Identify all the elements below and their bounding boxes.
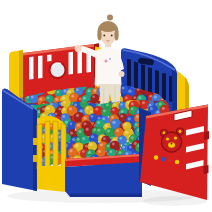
bear-face-motif: [161, 128, 184, 152]
neck: [105, 43, 111, 48]
gate-hinge-bottom: [33, 155, 37, 162]
mirror-window: [50, 62, 66, 78]
hand-right: [119, 71, 125, 77]
latch-notch-top: [204, 131, 209, 140]
front-wall: [65, 154, 142, 197]
gate-hinge-top: [33, 138, 37, 145]
eye-left: [103, 35, 105, 37]
front-left-gate-yellow: [33, 116, 66, 192]
latch-notch-bottom: [204, 165, 209, 174]
ponytail: [107, 15, 113, 21]
front-blue-panel: [65, 162, 142, 197]
gate-shadow: [143, 196, 207, 206]
eye-right: [111, 35, 113, 37]
gate-bottom: [37, 166, 66, 192]
hair-side-left: [97, 30, 101, 41]
product-photo: [0, 0, 212, 212]
shirt-graphic: [104, 59, 107, 62]
hair-side-right: [114, 30, 118, 41]
shirt-graphic-dot: [109, 58, 111, 60]
bangs: [100, 23, 117, 32]
hand-left: [75, 45, 82, 52]
ball-pit-playpen-photo: [0, 0, 212, 212]
